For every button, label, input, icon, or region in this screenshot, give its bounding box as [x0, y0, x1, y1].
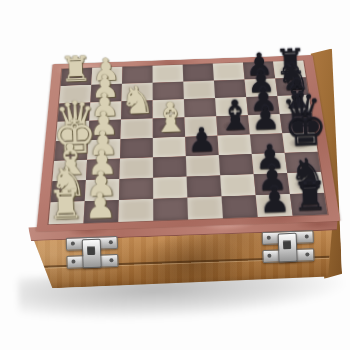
square-e5[interactable]: ♟ [185, 135, 219, 156]
piece-white-knight[interactable]: ♞ [120, 81, 153, 120]
square-h3[interactable] [118, 199, 153, 222]
piece-black-pawn[interactable]: ♟ [249, 101, 282, 134]
square-a6[interactable] [213, 63, 245, 81]
chess-box-assembly: ♜♟♟♜♟♟♞♟♞♟♝♛♟♝♝♟♛♚♟♟♚♝♟♟♞♟♟♞♜♟♟♜ [0, 0, 350, 350]
square-d7[interactable]: ♟ [248, 114, 282, 134]
piece-white-rook[interactable]: ♜ [59, 51, 91, 87]
square-g4[interactable] [153, 176, 187, 198]
piece-black-bishop[interactable]: ♝ [216, 94, 250, 136]
square-f3[interactable] [119, 157, 153, 179]
square-g5[interactable] [187, 175, 222, 197]
square-a1[interactable]: ♜ [61, 68, 93, 86]
piece-white-bishop[interactable]: ♝ [151, 96, 185, 138]
square-h1[interactable]: ♜ [49, 201, 85, 224]
piece-black-pawn[interactable]: ♟ [185, 123, 219, 157]
square-d3[interactable] [121, 119, 153, 139]
square-f4[interactable] [153, 156, 187, 178]
piece-white-rook[interactable]: ♜ [47, 184, 83, 225]
square-h8[interactable]: ♜ [290, 193, 328, 216]
square-h2[interactable]: ♟ [83, 200, 118, 223]
square-a5[interactable] [183, 64, 214, 82]
square-h4[interactable] [153, 198, 188, 221]
square-g3[interactable] [119, 178, 153, 200]
chess-board-grid: ♜♟♟♜♟♟♞♟♞♟♝♛♟♝♝♟♛♚♟♟♚♝♟♟♞♟♟♞♜♟♟♜ [49, 60, 328, 224]
product-photo-stage: ♜♟♟♜♟♟♞♟♞♟♝♛♟♝♝♟♛♚♟♟♚♝♟♟♞♟♟♞♜♟♟♜ [0, 0, 350, 350]
piece-black-rook[interactable]: ♜ [291, 176, 327, 217]
board-scene: ♜♟♟♜♟♟♞♟♞♟♝♛♟♝♝♟♛♚♟♟♚♝♟♟♞♟♟♞♜♟♟♜ [53, 55, 323, 349]
square-f6[interactable] [219, 154, 254, 175]
square-e3[interactable] [120, 138, 153, 159]
square-h7[interactable]: ♟ [256, 194, 293, 217]
piece-black-pawn[interactable]: ♟ [257, 182, 293, 218]
square-e6[interactable] [218, 134, 252, 155]
chess-board-slab: ♜♟♟♜♟♟♞♟♞♟♝♛♟♝♝♟♛♚♟♟♚♝♟♟♞♟♟♞♜♟♟♜ [36, 55, 340, 231]
square-g6[interactable] [220, 174, 256, 196]
piece-black-king[interactable]: ♚ [283, 104, 318, 153]
square-f5[interactable] [186, 155, 220, 176]
square-d6[interactable]: ♝ [216, 115, 250, 135]
square-e4[interactable] [153, 136, 186, 157]
square-d4[interactable]: ♝ [153, 118, 185, 138]
square-h5[interactable] [187, 196, 223, 219]
square-a4[interactable] [153, 65, 184, 83]
piece-white-pawn[interactable]: ♟ [82, 188, 118, 224]
square-h6[interactable] [222, 195, 258, 218]
square-c3[interactable]: ♞ [121, 100, 153, 119]
